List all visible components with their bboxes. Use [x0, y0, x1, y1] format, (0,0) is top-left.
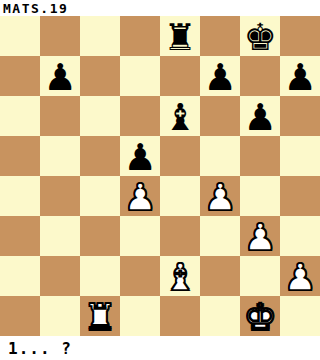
square-c2[interactable] — [80, 256, 120, 296]
square-c6[interactable] — [80, 96, 120, 136]
black-pawn: ♟ — [283, 59, 316, 96]
square-g8[interactable]: ♚ — [240, 16, 280, 56]
square-b8[interactable] — [40, 16, 80, 56]
square-c3[interactable] — [80, 216, 120, 256]
square-e1[interactable] — [160, 296, 200, 336]
chess-board: ♜♚♟♟♟♝♟♟♟♟♟♝♟♜♚ — [0, 16, 320, 336]
square-g5[interactable] — [240, 136, 280, 176]
square-h5[interactable] — [280, 136, 320, 176]
square-g3[interactable]: ♟ — [240, 216, 280, 256]
square-f4[interactable]: ♟ — [200, 176, 240, 216]
white-pawn: ♟ — [123, 179, 156, 216]
square-b7[interactable]: ♟ — [40, 56, 80, 96]
square-f5[interactable] — [200, 136, 240, 176]
square-e7[interactable] — [160, 56, 200, 96]
square-a4[interactable] — [0, 176, 40, 216]
square-a1[interactable] — [0, 296, 40, 336]
square-e8[interactable]: ♜ — [160, 16, 200, 56]
white-king: ♚ — [243, 299, 276, 336]
square-g2[interactable] — [240, 256, 280, 296]
square-b2[interactable] — [40, 256, 80, 296]
square-e4[interactable] — [160, 176, 200, 216]
square-c4[interactable] — [80, 176, 120, 216]
black-pawn: ♟ — [43, 59, 76, 96]
square-d7[interactable] — [120, 56, 160, 96]
square-c7[interactable] — [80, 56, 120, 96]
square-a3[interactable] — [0, 216, 40, 256]
square-b1[interactable] — [40, 296, 80, 336]
square-h3[interactable] — [280, 216, 320, 256]
square-h2[interactable]: ♟ — [280, 256, 320, 296]
square-c8[interactable] — [80, 16, 120, 56]
square-d1[interactable] — [120, 296, 160, 336]
black-pawn: ♟ — [243, 99, 276, 136]
square-e6[interactable]: ♝ — [160, 96, 200, 136]
square-f1[interactable] — [200, 296, 240, 336]
white-pawn: ♟ — [283, 259, 316, 296]
square-a2[interactable] — [0, 256, 40, 296]
square-f7[interactable]: ♟ — [200, 56, 240, 96]
square-h8[interactable] — [280, 16, 320, 56]
square-f6[interactable] — [200, 96, 240, 136]
square-b6[interactable] — [40, 96, 80, 136]
square-b3[interactable] — [40, 216, 80, 256]
black-bishop: ♝ — [163, 99, 196, 136]
white-pawn: ♟ — [203, 179, 236, 216]
square-a5[interactable] — [0, 136, 40, 176]
black-pawn: ♟ — [203, 59, 236, 96]
square-a8[interactable] — [0, 16, 40, 56]
square-h4[interactable] — [280, 176, 320, 216]
square-g6[interactable]: ♟ — [240, 96, 280, 136]
white-bishop: ♝ — [163, 259, 196, 296]
square-d4[interactable]: ♟ — [120, 176, 160, 216]
square-e5[interactable] — [160, 136, 200, 176]
square-a6[interactable] — [0, 96, 40, 136]
move-prompt: 1... ? — [0, 336, 320, 360]
square-d2[interactable] — [120, 256, 160, 296]
square-g4[interactable] — [240, 176, 280, 216]
square-h1[interactable] — [280, 296, 320, 336]
square-g1[interactable]: ♚ — [240, 296, 280, 336]
square-c5[interactable] — [80, 136, 120, 176]
square-d5[interactable]: ♟ — [120, 136, 160, 176]
square-f3[interactable] — [200, 216, 240, 256]
square-a7[interactable] — [0, 56, 40, 96]
black-rook: ♜ — [163, 19, 196, 56]
puzzle-title: MATS.19 — [0, 0, 320, 16]
square-d3[interactable] — [120, 216, 160, 256]
square-e2[interactable]: ♝ — [160, 256, 200, 296]
black-pawn: ♟ — [123, 139, 156, 176]
square-c1[interactable]: ♜ — [80, 296, 120, 336]
square-h7[interactable]: ♟ — [280, 56, 320, 96]
square-b4[interactable] — [40, 176, 80, 216]
square-d6[interactable] — [120, 96, 160, 136]
white-pawn: ♟ — [243, 219, 276, 256]
white-rook: ♜ — [83, 299, 116, 336]
square-d8[interactable] — [120, 16, 160, 56]
square-e3[interactable] — [160, 216, 200, 256]
square-f8[interactable] — [200, 16, 240, 56]
black-king: ♚ — [243, 19, 276, 56]
square-h6[interactable] — [280, 96, 320, 136]
square-b5[interactable] — [40, 136, 80, 176]
square-f2[interactable] — [200, 256, 240, 296]
square-g7[interactable] — [240, 56, 280, 96]
